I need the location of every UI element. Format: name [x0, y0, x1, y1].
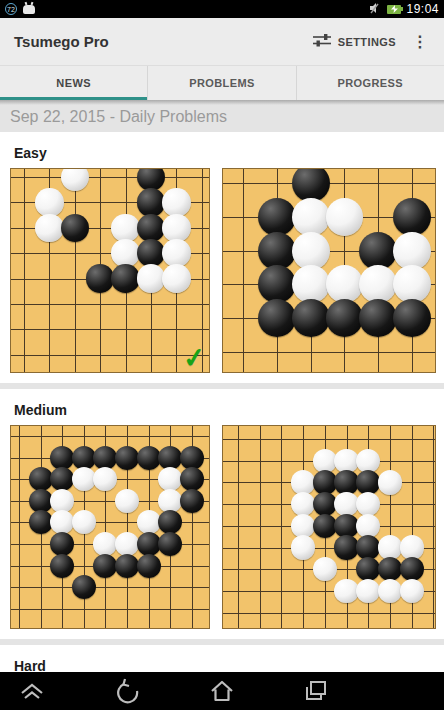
black-stone: [378, 557, 402, 581]
black-stone: [180, 467, 204, 491]
black-stone: [258, 299, 296, 337]
white-stone: [35, 214, 63, 242]
app-title: Tsumego Pro: [14, 33, 304, 50]
black-stone: [393, 299, 431, 337]
black-stone: [258, 198, 296, 236]
white-stone: [334, 449, 358, 473]
black-stone: [258, 232, 296, 270]
white-stone: [93, 467, 117, 491]
white-stone: [72, 510, 96, 534]
white-stone: [292, 265, 330, 303]
black-stone: [326, 299, 364, 337]
go-board-medium-1[interactable]: [10, 425, 210, 629]
black-stone: [93, 554, 117, 578]
white-stone: [137, 510, 161, 534]
black-stone: [158, 532, 182, 556]
black-stone: [72, 446, 96, 470]
white-stone: [61, 168, 89, 191]
black-stone: [258, 265, 296, 303]
overflow-menu-icon[interactable]: ⋮: [404, 28, 436, 55]
settings-label: SETTINGS: [338, 36, 396, 48]
go-board-easy-1[interactable]: ✓: [10, 168, 210, 373]
white-stone: [291, 514, 315, 538]
black-stone: [313, 492, 337, 516]
black-stone: [393, 198, 431, 236]
white-stone: [50, 489, 74, 513]
black-stone: [356, 535, 380, 559]
black-stone: [93, 446, 117, 470]
android-debug-icon: [23, 5, 35, 14]
white-stone: [356, 579, 380, 603]
black-stone: [356, 470, 380, 494]
white-stone: [313, 449, 337, 473]
black-stone: [334, 535, 358, 559]
black-stone: [86, 264, 114, 292]
black-stone: [50, 532, 74, 556]
white-stone: [356, 514, 380, 538]
black-stone: [313, 514, 337, 538]
white-stone: [162, 188, 190, 216]
black-stone: [137, 239, 165, 267]
white-stone: [291, 470, 315, 494]
black-stone: [29, 510, 53, 534]
black-stone: [137, 532, 161, 556]
go-board-medium-2[interactable]: [222, 425, 436, 629]
section-title-easy: Easy: [0, 132, 444, 168]
black-stone: [180, 446, 204, 470]
solved-check-icon: ✓: [182, 341, 208, 373]
white-stone: [50, 510, 74, 534]
white-stone: [326, 198, 364, 236]
white-stone: [162, 264, 190, 292]
black-stone: [50, 446, 74, 470]
white-stone: [356, 492, 380, 516]
date-header: Sep 22, 2015 - Daily Problems: [0, 100, 444, 132]
white-stone: [356, 449, 380, 473]
black-stone: [61, 214, 89, 242]
status-clock: 19:04: [406, 2, 439, 16]
black-stone: [29, 467, 53, 491]
white-stone: [400, 579, 424, 603]
navigation-bar: [0, 672, 444, 710]
black-stone: [359, 232, 397, 270]
black-stone: [50, 554, 74, 578]
white-stone: [378, 470, 402, 494]
black-stone: [313, 470, 337, 494]
black-stone: [50, 467, 74, 491]
white-stone: [115, 489, 139, 513]
black-stone: [111, 264, 139, 292]
black-stone: [334, 470, 358, 494]
white-stone: [292, 198, 330, 236]
white-stone: [292, 232, 330, 270]
black-stone: [180, 489, 204, 513]
white-stone: [162, 239, 190, 267]
white-stone: [137, 264, 165, 292]
recents-icon[interactable]: [302, 677, 330, 705]
battery-percent-badge: 72: [5, 3, 17, 15]
black-stone: [158, 510, 182, 534]
chevron-up-icon[interactable]: [18, 677, 46, 705]
white-stone: [111, 239, 139, 267]
white-stone: [378, 579, 402, 603]
white-stone: [326, 265, 364, 303]
white-stone: [393, 265, 431, 303]
white-stone: [313, 557, 337, 581]
home-icon[interactable]: [208, 677, 236, 705]
section-title-medium: Medium: [0, 389, 444, 425]
white-stone: [158, 489, 182, 513]
back-icon[interactable]: [114, 677, 142, 705]
black-stone: [356, 557, 380, 581]
black-stone: [137, 214, 165, 242]
white-stone: [115, 532, 139, 556]
black-stone: [137, 188, 165, 216]
white-stone: [334, 492, 358, 516]
white-stone: [162, 214, 190, 242]
black-stone: [137, 446, 161, 470]
white-stone: [359, 265, 397, 303]
white-stone: [158, 467, 182, 491]
section-medium: Medium: [0, 389, 444, 639]
tab-progress[interactable]: PROGRESS: [296, 66, 444, 100]
white-stone: [378, 535, 402, 559]
white-stone: [72, 467, 96, 491]
battery-charging-icon: [387, 5, 401, 14]
status-bar: 72 19:04: [0, 0, 444, 18]
white-stone: [291, 535, 315, 559]
mute-icon: [369, 0, 382, 18]
app-bar: Tsumego Pro SETTINGS ⋮: [0, 18, 444, 66]
black-stone: [115, 446, 139, 470]
black-stone: [158, 446, 182, 470]
black-stone: [334, 514, 358, 538]
white-stone: [35, 188, 63, 216]
settings-button[interactable]: SETTINGS: [304, 26, 404, 58]
black-stone: [292, 299, 330, 337]
white-stone: [393, 232, 431, 270]
black-stone: [359, 299, 397, 337]
white-stone: [291, 492, 315, 516]
white-stone: [111, 214, 139, 242]
white-stone: [93, 532, 117, 556]
white-stone: [334, 579, 358, 603]
tab-news[interactable]: NEWS: [0, 66, 147, 100]
tab-problems[interactable]: PROBLEMS: [147, 66, 295, 100]
tune-sliders-icon: [312, 32, 332, 52]
go-board-easy-2[interactable]: [222, 168, 436, 373]
section-easy: Easy ✓: [0, 132, 444, 383]
black-stone: [137, 554, 161, 578]
white-stone: [400, 535, 424, 559]
tab-bar: NEWS PROBLEMS PROGRESS: [0, 66, 444, 100]
black-stone: [29, 489, 53, 513]
black-stone: [115, 554, 139, 578]
black-stone: [72, 575, 96, 599]
black-stone: [400, 557, 424, 581]
black-stone: [292, 168, 330, 202]
